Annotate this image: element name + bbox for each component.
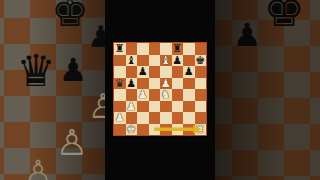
square-h1: ♜ [195, 124, 207, 136]
chess-board: ♜♜♝♝♟♚♟♟♛♟♟♟♞♟♟♚♜ [113, 42, 207, 136]
square-h5 [195, 78, 207, 90]
square-g1 [183, 124, 195, 136]
background-white-pawn: ♙ [56, 125, 88, 161]
background-black-pawn: ♟ [233, 19, 262, 51]
square-d7 [149, 55, 161, 67]
square-a4 [114, 89, 126, 101]
square-c8 [137, 43, 149, 55]
square-a5: ♛ [114, 78, 126, 90]
square-g5 [183, 78, 195, 90]
square-h2 [195, 112, 207, 124]
square-b4 [126, 89, 138, 101]
background-board-right: ♚♟ [215, 0, 320, 180]
square-f1 [172, 124, 184, 136]
square-g4 [183, 89, 195, 101]
square-c6: ♟ [137, 66, 149, 78]
square-b3: ♟ [126, 101, 138, 113]
white-pawn: ♟ [138, 89, 148, 100]
white-pawn: ♟ [126, 101, 136, 112]
black-pawn: ♟ [172, 55, 182, 66]
square-h4 [195, 89, 207, 101]
square-d5 [149, 78, 161, 90]
background-black-pawn: ♟ [88, 22, 105, 52]
square-b8 [126, 43, 138, 55]
square-g8 [183, 43, 195, 55]
background-white-pawn: ♙ [88, 89, 105, 123]
square-d1 [149, 124, 161, 136]
square-h6 [195, 66, 207, 78]
square-e4: ♞ [160, 89, 172, 101]
square-g2 [183, 112, 195, 124]
square-c3 [137, 101, 149, 113]
background-black-pawn: ♟ [59, 54, 88, 86]
square-f8: ♜ [172, 43, 184, 55]
square-b5: ♟ [126, 78, 138, 90]
black-bishop: ♝ [126, 55, 136, 66]
square-a8: ♜ [114, 43, 126, 55]
square-g3 [183, 101, 195, 113]
square-e2 [160, 112, 172, 124]
square-f5 [172, 78, 184, 90]
square-e7: ♝ [160, 55, 172, 67]
black-rook: ♜ [115, 43, 125, 54]
white-pawn: ♟ [115, 112, 125, 123]
square-a1 [114, 124, 126, 136]
square-e1 [160, 124, 172, 136]
background-board-left: ♚♟♛♟♙♙♙ [0, 0, 105, 180]
square-b7: ♝ [126, 55, 138, 67]
square-c1 [137, 124, 149, 136]
video-frame[interactable]: ♚♟♛♟♙♙♙ ♚♟ ♜♜♝♝♟♚♟♟♛♟♟♟♞♟♟♚♜ [0, 0, 320, 180]
square-h7: ♚ [195, 55, 207, 67]
black-rook: ♜ [172, 43, 182, 54]
square-d2 [149, 112, 161, 124]
background-black-king: ♚ [263, 0, 304, 33]
background-black-king: ♚ [51, 0, 89, 33]
background-white-pawn: ♙ [24, 156, 53, 180]
square-b2 [126, 112, 138, 124]
square-a2: ♟ [114, 112, 126, 124]
square-a7 [114, 55, 126, 67]
white-bishop: ♝ [161, 55, 171, 66]
square-d8 [149, 43, 161, 55]
background-black-queen: ♛ [16, 49, 55, 93]
black-pawn: ♟ [126, 78, 136, 89]
square-b1: ♚ [126, 124, 138, 136]
black-pawn: ♟ [138, 66, 148, 77]
square-f6 [172, 66, 184, 78]
square-b6 [126, 66, 138, 78]
square-d3 [149, 101, 161, 113]
square-c2 [137, 112, 149, 124]
black-king: ♚ [195, 55, 205, 66]
square-f2 [172, 112, 184, 124]
white-king: ♚ [126, 124, 136, 135]
square-h8 [195, 43, 207, 55]
square-e6 [160, 66, 172, 78]
square-c4: ♟ [137, 89, 149, 101]
square-e8 [160, 43, 172, 55]
square-e3 [160, 101, 172, 113]
square-g6: ♟ [183, 66, 195, 78]
square-f3 [172, 101, 184, 113]
square-f4 [172, 89, 184, 101]
square-d6 [149, 66, 161, 78]
square-f7: ♟ [172, 55, 184, 67]
black-queen: ♛ [115, 78, 125, 89]
white-rook: ♜ [195, 124, 205, 135]
square-d4 [149, 89, 161, 101]
square-h3 [195, 101, 207, 113]
white-knight: ♞ [161, 89, 171, 100]
square-a6 [114, 66, 126, 78]
black-pawn: ♟ [184, 66, 194, 77]
